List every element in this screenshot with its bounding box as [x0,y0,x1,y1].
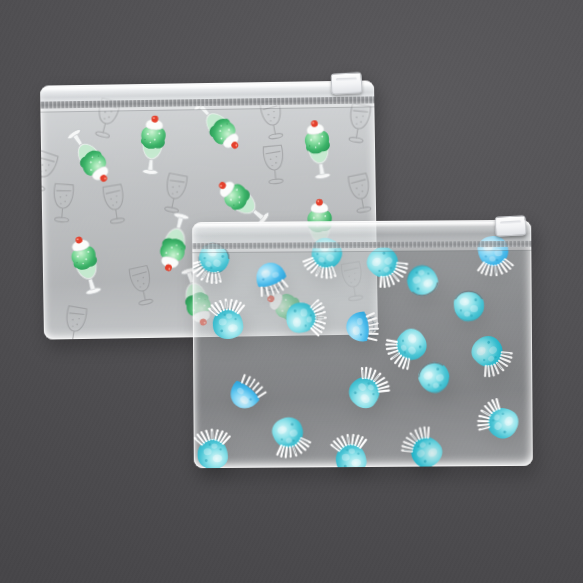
jellyfish-motif [468,389,533,453]
cream-soda-motif [133,114,171,179]
jellyfish-motif-layer [192,220,533,468]
cream-soda-motif [62,232,111,301]
zipper-rail-highlight [42,82,372,91]
jellyfish-motif [203,294,253,347]
zipper-rail-highlight [194,222,529,228]
jellyfish-motif [333,356,400,423]
sketched-glass-outline [57,302,94,340]
sketched-glass-outline [342,169,378,218]
zipper-teeth [40,96,374,108]
jellyfish-motif [259,404,319,466]
zipper-teeth [192,241,531,249]
sketched-glass-outline [257,142,291,189]
sketched-glass-outline [97,180,133,228]
product-photo-scene [0,0,583,583]
jellyfish-motif [324,428,377,468]
jellyfish-motif [391,416,458,468]
cream-soda-motif [297,117,339,183]
zipper-slider-front [495,215,527,237]
zipper-rail-back [40,80,374,111]
pouch-jellyfish [192,220,533,468]
jellyfish-motif [279,294,328,340]
pouch-front-film [192,220,533,468]
zipper-rail-front [192,220,531,252]
jellyfish-motif [192,426,237,469]
zipper-slider-back [331,72,363,95]
